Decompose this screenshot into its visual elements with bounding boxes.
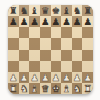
piece-white-pawn[interactable]: ♟: [20, 72, 29, 82]
square-c7[interactable]: ♟: [29, 16, 40, 27]
piece-white-pawn[interactable]: ♟: [30, 72, 39, 82]
square-f1[interactable]: ♝: [61, 83, 72, 94]
piece-white-rook[interactable]: ♜: [83, 83, 92, 93]
square-e4[interactable]: [51, 50, 62, 61]
square-b7[interactable]: ♟: [19, 16, 30, 27]
piece-black-king[interactable]: ♚: [52, 5, 61, 15]
piece-white-pawn[interactable]: ♟: [73, 72, 82, 82]
square-d1[interactable]: ♛: [40, 83, 51, 94]
square-h5[interactable]: [82, 38, 93, 49]
piece-white-knight[interactable]: ♞: [20, 83, 29, 93]
piece-black-pawn[interactable]: ♟: [9, 16, 18, 26]
piece-white-pawn[interactable]: ♟: [83, 72, 92, 82]
square-c5[interactable]: [29, 38, 40, 49]
square-f5[interactable]: [61, 38, 72, 49]
square-b6[interactable]: [19, 27, 30, 38]
square-d4[interactable]: [40, 50, 51, 61]
square-g7[interactable]: ♟: [72, 16, 83, 27]
square-h1[interactable]: ♜: [82, 83, 93, 94]
square-g1[interactable]: ♞: [72, 83, 83, 94]
chess-board: ♜♞♝♛♚♝♞♜♟♟♟♟♟♟♟♟♟♟♟♟♟♟♟♟♜♞♝♛♚♝♞♜: [8, 5, 93, 94]
piece-white-pawn[interactable]: ♟: [52, 72, 61, 82]
square-d6[interactable]: [40, 27, 51, 38]
piece-white-bishop[interactable]: ♝: [30, 83, 39, 93]
square-e7[interactable]: ♟: [51, 16, 62, 27]
square-c6[interactable]: [29, 27, 40, 38]
square-f6[interactable]: [61, 27, 72, 38]
square-f4[interactable]: [61, 50, 72, 61]
square-g6[interactable]: [72, 27, 83, 38]
square-d5[interactable]: [40, 38, 51, 49]
piece-black-pawn[interactable]: ♟: [30, 16, 39, 26]
piece-white-pawn[interactable]: ♟: [9, 72, 18, 82]
piece-white-rook[interactable]: ♜: [9, 83, 18, 93]
piece-white-pawn[interactable]: ♟: [62, 72, 71, 82]
piece-black-pawn[interactable]: ♟: [41, 16, 50, 26]
piece-black-bishop[interactable]: ♝: [62, 5, 71, 15]
piece-black-knight[interactable]: ♞: [20, 5, 29, 15]
piece-black-pawn[interactable]: ♟: [73, 16, 82, 26]
square-b5[interactable]: [19, 38, 30, 49]
square-e1[interactable]: ♚: [51, 83, 62, 94]
piece-black-knight[interactable]: ♞: [73, 5, 82, 15]
square-a5[interactable]: [8, 38, 19, 49]
piece-white-pawn[interactable]: ♟: [41, 72, 50, 82]
piece-black-rook[interactable]: ♜: [9, 5, 18, 15]
square-c1[interactable]: ♝: [29, 83, 40, 94]
square-a7[interactable]: ♟: [8, 16, 19, 27]
piece-black-pawn[interactable]: ♟: [83, 16, 92, 26]
chess-app-icon[interactable]: ♜♞♝♛♚♝♞♜♟♟♟♟♟♟♟♟♟♟♟♟♟♟♟♟♜♞♝♛♚♝♞♜: [8, 5, 93, 94]
square-c4[interactable]: [29, 50, 40, 61]
square-a4[interactable]: [8, 50, 19, 61]
square-a6[interactable]: [8, 27, 19, 38]
square-a1[interactable]: ♜: [8, 83, 19, 94]
piece-white-bishop[interactable]: ♝: [62, 83, 71, 93]
piece-white-queen[interactable]: ♛: [41, 83, 50, 93]
piece-white-knight[interactable]: ♞: [73, 83, 82, 93]
piece-white-king[interactable]: ♚: [52, 83, 61, 93]
piece-black-rook[interactable]: ♜: [83, 5, 92, 15]
piece-black-queen[interactable]: ♛: [41, 5, 50, 15]
square-b1[interactable]: ♞: [19, 83, 30, 94]
square-e6[interactable]: [51, 27, 62, 38]
square-g5[interactable]: [72, 38, 83, 49]
piece-black-pawn[interactable]: ♟: [62, 16, 71, 26]
square-h4[interactable]: [82, 50, 93, 61]
square-e5[interactable]: [51, 38, 62, 49]
piece-black-pawn[interactable]: ♟: [52, 16, 61, 26]
piece-black-bishop[interactable]: ♝: [30, 5, 39, 15]
square-b4[interactable]: [19, 50, 30, 61]
square-g4[interactable]: [72, 50, 83, 61]
square-h6[interactable]: [82, 27, 93, 38]
square-d7[interactable]: ♟: [40, 16, 51, 27]
piece-black-pawn[interactable]: ♟: [20, 16, 29, 26]
square-f7[interactable]: ♟: [61, 16, 72, 27]
square-h7[interactable]: ♟: [82, 16, 93, 27]
